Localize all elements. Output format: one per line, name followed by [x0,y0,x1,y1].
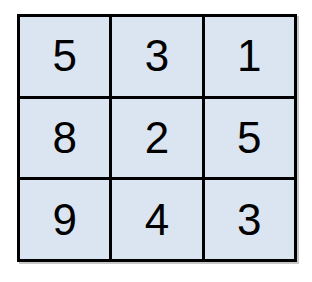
cell-r1c1: 5 [20,17,109,96]
cell-r2c2: 2 [112,99,201,178]
cell-r2c3: 5 [205,99,294,178]
cell-r1c3: 1 [205,17,294,96]
cell-r1c2: 3 [112,17,201,96]
cell-r3c2: 4 [112,180,201,259]
page-background: 5 3 1 8 2 5 9 4 3 [0,0,312,282]
cell-r3c1: 9 [20,180,109,259]
number-grid: 5 3 1 8 2 5 9 4 3 [17,14,297,262]
cell-r3c3: 3 [205,180,294,259]
cell-r2c1: 8 [20,99,109,178]
